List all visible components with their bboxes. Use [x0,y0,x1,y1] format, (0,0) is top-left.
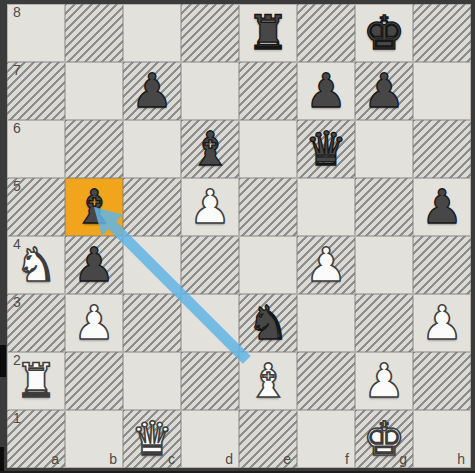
square-f5[interactable] [297,178,355,236]
square-c2[interactable] [123,352,181,410]
piece-black-bishop[interactable]: ♝ [65,178,123,236]
chess-board-frame: 8♜♚7♟♟♟6♝♛5♝♟♟4♞♟♟3♟♞♟2♜♝♟1abc♛defg♚h [0,0,475,473]
square-d7[interactable] [181,62,239,120]
square-g5[interactable] [355,178,413,236]
square-f2[interactable] [297,352,355,410]
square-d4[interactable] [181,236,239,294]
file-label-f: f [345,451,349,467]
square-g7[interactable]: ♟ [355,62,413,120]
square-b3[interactable]: ♟ [65,294,123,352]
square-h1[interactable]: h [413,410,471,468]
piece-white-pawn[interactable]: ♟ [65,294,123,352]
file-label-e: e [283,451,291,467]
square-e5[interactable] [239,178,297,236]
rank-label-2: 2 [13,352,21,368]
piece-black-pawn[interactable]: ♟ [355,62,413,120]
square-a2[interactable]: 2♜ [7,352,65,410]
square-d6[interactable]: ♝ [181,120,239,178]
rank-label-8: 8 [13,4,21,20]
square-h6[interactable] [413,120,471,178]
square-a7[interactable]: 7 [7,62,65,120]
square-g2[interactable]: ♟ [355,352,413,410]
square-f3[interactable] [297,294,355,352]
rank-label-1: 1 [13,410,21,426]
square-d3[interactable] [181,294,239,352]
frame-notch [0,345,6,377]
square-e8[interactable]: ♜ [239,4,297,62]
square-b5[interactable]: ♝ [65,178,123,236]
square-e1[interactable]: e [239,410,297,468]
piece-black-pawn[interactable]: ♟ [413,178,471,236]
square-g3[interactable] [355,294,413,352]
frame-notch [0,447,4,473]
square-a5[interactable]: 5 [7,178,65,236]
square-e3[interactable]: ♞ [239,294,297,352]
square-d5[interactable]: ♟ [181,178,239,236]
square-a8[interactable]: 8 [7,4,65,62]
rank-label-6: 6 [13,120,21,136]
square-d8[interactable] [181,4,239,62]
piece-black-king[interactable]: ♚ [355,4,413,62]
square-c4[interactable] [123,236,181,294]
rank-label-3: 3 [13,294,21,310]
rank-label-4: 4 [13,236,21,252]
square-f1[interactable]: f [297,410,355,468]
square-a6[interactable]: 6 [7,120,65,178]
square-b2[interactable] [65,352,123,410]
square-h7[interactable] [413,62,471,120]
square-e7[interactable] [239,62,297,120]
square-h2[interactable] [413,352,471,410]
piece-black-rook[interactable]: ♜ [239,4,297,62]
square-c6[interactable] [123,120,181,178]
square-b1[interactable]: b [65,410,123,468]
square-f6[interactable]: ♛ [297,120,355,178]
square-e4[interactable] [239,236,297,294]
square-c8[interactable] [123,4,181,62]
square-d1[interactable]: d [181,410,239,468]
piece-white-pawn[interactable]: ♟ [181,178,239,236]
piece-black-pawn[interactable]: ♟ [123,62,181,120]
square-b7[interactable] [65,62,123,120]
piece-black-queen[interactable]: ♛ [297,120,355,178]
square-d2[interactable] [181,352,239,410]
file-label-a: a [51,451,59,467]
file-label-h: h [457,451,465,467]
piece-black-bishop[interactable]: ♝ [181,120,239,178]
rank-label-7: 7 [13,62,21,78]
square-c3[interactable] [123,294,181,352]
square-a4[interactable]: 4♞ [7,236,65,294]
square-f4[interactable]: ♟ [297,236,355,294]
piece-white-pawn[interactable]: ♟ [355,352,413,410]
piece-black-pawn[interactable]: ♟ [65,236,123,294]
square-g8[interactable]: ♚ [355,4,413,62]
square-h3[interactable]: ♟ [413,294,471,352]
square-h5[interactable]: ♟ [413,178,471,236]
square-h4[interactable] [413,236,471,294]
square-e6[interactable] [239,120,297,178]
chess-board: 8♜♚7♟♟♟6♝♛5♝♟♟4♞♟♟3♟♞♟2♜♝♟1abc♛defg♚h [7,4,471,468]
file-label-d: d [225,451,233,467]
piece-white-pawn[interactable]: ♟ [297,236,355,294]
square-e2[interactable]: ♝ [239,352,297,410]
piece-black-knight[interactable]: ♞ [239,294,297,352]
square-g4[interactable] [355,236,413,294]
square-c1[interactable]: c♛ [123,410,181,468]
piece-white-pawn[interactable]: ♟ [413,294,471,352]
square-a3[interactable]: 3 [7,294,65,352]
file-label-c: c [168,451,175,467]
square-f7[interactable]: ♟ [297,62,355,120]
square-c7[interactable]: ♟ [123,62,181,120]
square-b4[interactable]: ♟ [65,236,123,294]
rank-label-5: 5 [13,178,21,194]
square-f8[interactable] [297,4,355,62]
square-a1[interactable]: 1a [7,410,65,468]
square-b6[interactable] [65,120,123,178]
square-g6[interactable] [355,120,413,178]
piece-black-pawn[interactable]: ♟ [297,62,355,120]
square-g1[interactable]: g♚ [355,410,413,468]
square-h8[interactable] [413,4,471,62]
file-label-g: g [399,451,407,467]
square-c5[interactable] [123,178,181,236]
file-label-b: b [109,451,117,467]
piece-white-bishop[interactable]: ♝ [239,352,297,410]
square-b8[interactable] [65,4,123,62]
